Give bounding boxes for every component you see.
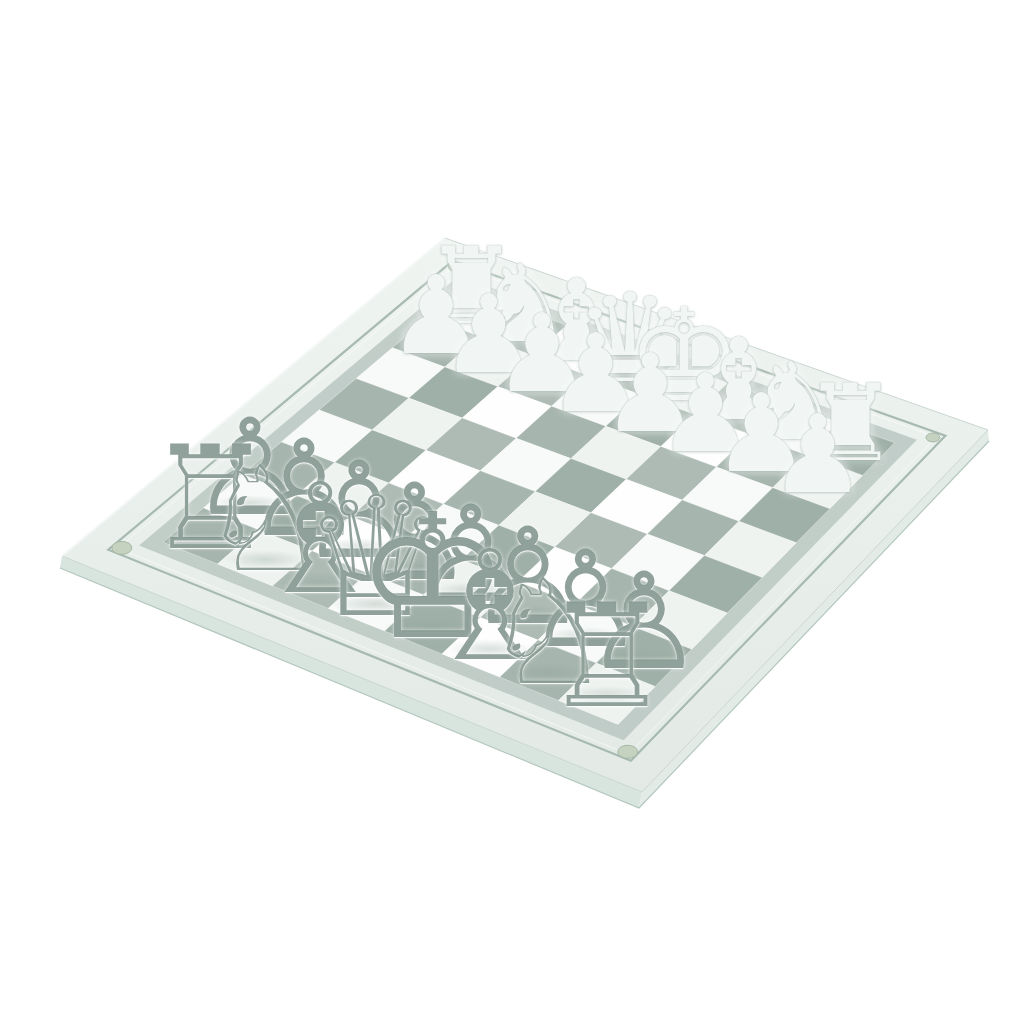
corner-dot-2 xyxy=(618,745,638,758)
corner-dot-1 xyxy=(926,433,940,442)
glass-chess-set-photo: ♜♞♟♝♟♛♟♚♟♝♟♞♟♜♟♟♙♙♖♙♘♙♗♙♕♙♔♙♗♙♘♖ xyxy=(0,0,1024,1024)
corner-dot-0 xyxy=(449,263,463,272)
chess-board xyxy=(0,0,1024,1024)
corner-dot-3 xyxy=(112,541,132,554)
